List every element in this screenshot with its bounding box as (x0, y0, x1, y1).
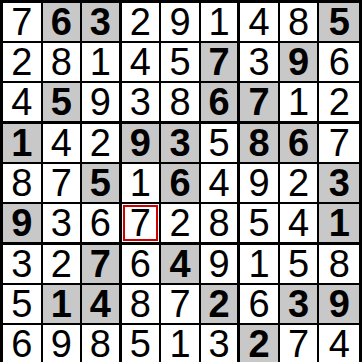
cell-r3c4[interactable]: 3 (122, 83, 162, 124)
cell-r1c4[interactable]: 2 (122, 3, 162, 43)
cell-r9c2[interactable]: 9 (43, 325, 83, 362)
cell-r6c1[interactable]: 9 (3, 204, 43, 245)
cell-r4c3[interactable]: 2 (82, 124, 122, 164)
cell-r4c5[interactable]: 3 (161, 124, 201, 164)
cell-r8c6[interactable]: 2 (201, 285, 241, 325)
cell-r5c5[interactable]: 6 (161, 164, 201, 204)
cell-r6c8[interactable]: 4 (280, 204, 320, 245)
cell-r1c8[interactable]: 8 (280, 3, 320, 43)
cell-r1c3[interactable]: 3 (82, 3, 122, 43)
cell-r4c4[interactable]: 9 (122, 124, 162, 164)
cell-r7c8[interactable]: 5 (280, 245, 320, 285)
cell-r8c4[interactable]: 8 (122, 285, 162, 325)
cell-r1c6[interactable]: 1 (201, 3, 241, 43)
cell-r6c4-selected[interactable]: 7 (122, 204, 162, 245)
cell-r7c6[interactable]: 9 (201, 245, 241, 285)
cell-r2c5[interactable]: 5 (161, 43, 201, 83)
cell-r1c5[interactable]: 9 (161, 3, 201, 43)
cell-r2c8[interactable]: 9 (280, 43, 320, 83)
cell-r7c9[interactable]: 8 (319, 245, 359, 285)
cell-r2c1[interactable]: 2 (3, 43, 43, 83)
cell-r5c6[interactable]: 4 (201, 164, 241, 204)
cell-r9c7[interactable]: 2 (240, 325, 280, 362)
cell-r9c4[interactable]: 5 (122, 325, 162, 362)
cell-r7c5[interactable]: 4 (161, 245, 201, 285)
cell-r7c3[interactable]: 7 (82, 245, 122, 285)
cell-r2c2[interactable]: 8 (43, 43, 83, 83)
cell-r8c5[interactable]: 7 (161, 285, 201, 325)
cell-r6c9[interactable]: 1 (319, 204, 359, 245)
cell-r2c6[interactable]: 7 (201, 43, 241, 83)
cell-r1c7[interactable]: 4 (240, 3, 280, 43)
cell-r6c7[interactable]: 5 (240, 204, 280, 245)
cell-r9c3[interactable]: 8 (82, 325, 122, 362)
cell-r4c8[interactable]: 6 (280, 124, 320, 164)
cell-r9c8[interactable]: 7 (280, 325, 320, 362)
cell-r9c5[interactable]: 1 (161, 325, 201, 362)
cell-r1c1[interactable]: 7 (3, 3, 43, 43)
cell-r5c2[interactable]: 7 (43, 164, 83, 204)
cell-r3c1[interactable]: 4 (3, 83, 43, 124)
cell-r4c9[interactable]: 7 (319, 124, 359, 164)
cell-r1c2[interactable]: 6 (43, 3, 83, 43)
cell-r8c1[interactable]: 5 (3, 285, 43, 325)
cell-r7c7[interactable]: 1 (240, 245, 280, 285)
cell-r9c6[interactable]: 3 (201, 325, 241, 362)
cell-r8c2[interactable]: 1 (43, 285, 83, 325)
cell-r7c1[interactable]: 3 (3, 245, 43, 285)
cell-r3c6[interactable]: 6 (201, 83, 241, 124)
cell-r6c2[interactable]: 3 (43, 204, 83, 245)
cell-r8c9[interactable]: 9 (319, 285, 359, 325)
cell-r6c6[interactable]: 8 (201, 204, 241, 245)
cell-r2c3[interactable]: 1 (82, 43, 122, 83)
cell-r3c7[interactable]: 7 (240, 83, 280, 124)
cell-r5c8[interactable]: 2 (280, 164, 320, 204)
cell-r4c6[interactable]: 5 (201, 124, 241, 164)
cell-r7c2[interactable]: 2 (43, 245, 83, 285)
cell-r8c8[interactable]: 3 (280, 285, 320, 325)
cell-r7c4[interactable]: 6 (122, 245, 162, 285)
cell-r3c2[interactable]: 5 (43, 83, 83, 124)
cell-r2c4[interactable]: 4 (122, 43, 162, 83)
cell-r6c3[interactable]: 6 (82, 204, 122, 245)
cell-r1c9[interactable]: 5 (319, 3, 359, 43)
cell-r9c9[interactable]: 4 (319, 325, 359, 362)
cell-r9c1[interactable]: 6 (3, 325, 43, 362)
cell-r4c7[interactable]: 8 (240, 124, 280, 164)
cell-r3c3[interactable]: 9 (82, 83, 122, 124)
cell-r5c9[interactable]: 3 (319, 164, 359, 204)
sudoku-board: 7632914852814573964593867121429358678751… (0, 0, 362, 362)
cell-r3c9[interactable]: 2 (319, 83, 359, 124)
cell-r2c7[interactable]: 3 (240, 43, 280, 83)
cell-r5c3[interactable]: 5 (82, 164, 122, 204)
cell-r5c1[interactable]: 8 (3, 164, 43, 204)
cell-r4c2[interactable]: 4 (43, 124, 83, 164)
cell-r2c9[interactable]: 6 (319, 43, 359, 83)
cell-r8c3[interactable]: 4 (82, 285, 122, 325)
cell-r4c1[interactable]: 1 (3, 124, 43, 164)
cell-r5c4[interactable]: 1 (122, 164, 162, 204)
cell-r3c8[interactable]: 1 (280, 83, 320, 124)
cell-r8c7[interactable]: 6 (240, 285, 280, 325)
cell-r6c5[interactable]: 2 (161, 204, 201, 245)
cell-r5c7[interactable]: 9 (240, 164, 280, 204)
cell-r3c5[interactable]: 8 (161, 83, 201, 124)
